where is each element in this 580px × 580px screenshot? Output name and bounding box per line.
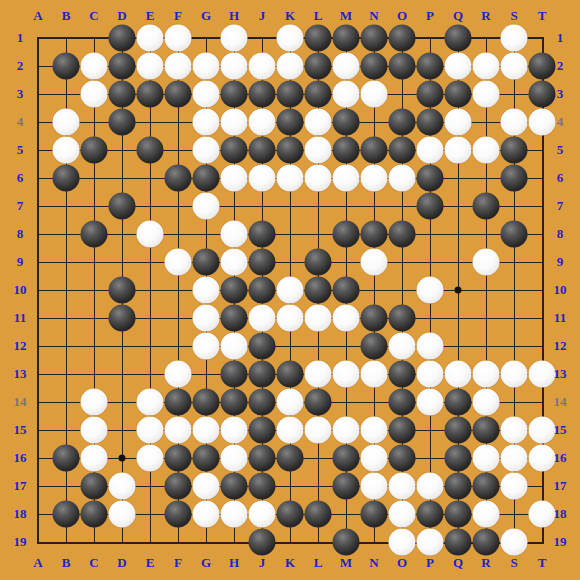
row-label-right: 8 <box>557 226 564 242</box>
stone-white <box>501 53 528 80</box>
stone-black <box>221 277 248 304</box>
stone-black <box>81 473 108 500</box>
stone-white <box>389 165 416 192</box>
stone-white <box>277 165 304 192</box>
stone-black <box>333 473 360 500</box>
stone-white <box>221 221 248 248</box>
row-label-right: 9 <box>557 254 564 270</box>
column-label-bottom: M <box>340 555 352 571</box>
stone-black <box>109 305 136 332</box>
stone-black <box>333 137 360 164</box>
column-label-bottom: N <box>369 555 378 571</box>
column-label-top: M <box>340 8 352 24</box>
column-label-top: D <box>117 8 126 24</box>
column-label-bottom: R <box>481 555 490 571</box>
column-label-top: F <box>174 8 182 24</box>
stone-black <box>445 417 472 444</box>
stone-white <box>193 417 220 444</box>
column-label-top: A <box>33 8 42 24</box>
stone-black <box>333 277 360 304</box>
column-label-top: S <box>510 8 517 24</box>
stone-black <box>529 81 556 108</box>
stone-black <box>389 221 416 248</box>
stone-black <box>249 221 276 248</box>
stone-white <box>473 81 500 108</box>
row-label-left: 9 <box>17 254 24 270</box>
stone-black <box>389 305 416 332</box>
stone-black <box>53 165 80 192</box>
stone-white <box>53 137 80 164</box>
stone-white <box>529 361 556 388</box>
stone-white <box>305 165 332 192</box>
stone-black <box>249 137 276 164</box>
stone-white <box>221 333 248 360</box>
stone-white <box>221 249 248 276</box>
column-label-bottom: G <box>201 555 211 571</box>
stone-white <box>165 361 192 388</box>
stone-black <box>389 445 416 472</box>
stone-black <box>417 165 444 192</box>
stone-black <box>53 53 80 80</box>
column-label-top: R <box>481 8 490 24</box>
stone-black <box>221 81 248 108</box>
stone-black <box>389 361 416 388</box>
stone-black <box>333 529 360 556</box>
stone-white <box>333 53 360 80</box>
row-label-right: 13 <box>554 366 567 382</box>
stone-black <box>445 501 472 528</box>
stone-white <box>361 165 388 192</box>
row-label-right: 12 <box>554 338 567 354</box>
column-label-bottom: O <box>397 555 407 571</box>
stone-black <box>445 25 472 52</box>
stone-white <box>473 137 500 164</box>
stone-white <box>361 417 388 444</box>
stone-white <box>333 165 360 192</box>
row-label-left: 5 <box>17 142 24 158</box>
stone-black <box>333 221 360 248</box>
stone-white <box>81 81 108 108</box>
stone-white <box>389 333 416 360</box>
stone-white <box>529 445 556 472</box>
stone-white <box>193 193 220 220</box>
row-label-left: 16 <box>14 450 27 466</box>
stone-black <box>305 249 332 276</box>
column-label-bottom: P <box>426 555 434 571</box>
stone-black <box>53 501 80 528</box>
stone-black <box>333 109 360 136</box>
column-label-top: P <box>426 8 434 24</box>
stone-black <box>361 53 388 80</box>
stone-black <box>249 277 276 304</box>
stone-white <box>53 109 80 136</box>
stone-white <box>417 389 444 416</box>
stone-white <box>193 109 220 136</box>
stone-black <box>193 165 220 192</box>
column-label-top: L <box>314 8 323 24</box>
row-label-right: 3 <box>557 86 564 102</box>
row-label-right: 2 <box>557 58 564 74</box>
stone-black <box>165 445 192 472</box>
column-label-top: N <box>369 8 378 24</box>
stone-white <box>137 221 164 248</box>
row-label-right: 17 <box>554 478 567 494</box>
stone-black <box>389 417 416 444</box>
column-label-top: G <box>201 8 211 24</box>
row-label-right: 15 <box>554 422 567 438</box>
stone-white <box>445 361 472 388</box>
row-label-left: 15 <box>14 422 27 438</box>
stone-white <box>417 137 444 164</box>
stone-black <box>389 389 416 416</box>
stone-white <box>445 137 472 164</box>
stone-black <box>249 529 276 556</box>
stone-black <box>277 445 304 472</box>
column-label-bottom: F <box>174 555 182 571</box>
row-label-left: 4 <box>17 114 24 130</box>
stone-black <box>529 53 556 80</box>
row-label-left: 19 <box>14 534 27 550</box>
column-label-top: K <box>285 8 295 24</box>
stone-white <box>221 109 248 136</box>
stone-white <box>473 389 500 416</box>
stone-black <box>417 501 444 528</box>
stone-black <box>333 25 360 52</box>
stone-white <box>501 417 528 444</box>
stone-black <box>501 137 528 164</box>
row-label-right: 1 <box>557 30 564 46</box>
column-label-bottom: B <box>62 555 71 571</box>
stone-white <box>389 501 416 528</box>
stone-black <box>109 25 136 52</box>
stone-white <box>193 473 220 500</box>
stone-white <box>221 53 248 80</box>
column-label-bottom: H <box>229 555 239 571</box>
stone-white <box>305 109 332 136</box>
stone-white <box>501 109 528 136</box>
stone-black <box>445 473 472 500</box>
stone-white <box>501 529 528 556</box>
stone-black <box>277 109 304 136</box>
column-label-top: T <box>538 8 547 24</box>
stone-black <box>305 389 332 416</box>
stone-black <box>81 501 108 528</box>
stone-black <box>249 445 276 472</box>
stone-white <box>305 305 332 332</box>
hoshi-point <box>455 287 462 294</box>
stone-black <box>361 221 388 248</box>
stone-white <box>473 53 500 80</box>
row-label-left: 3 <box>17 86 24 102</box>
row-label-left: 17 <box>14 478 27 494</box>
stone-black <box>417 53 444 80</box>
stone-black <box>473 473 500 500</box>
stone-black <box>305 501 332 528</box>
row-label-right: 7 <box>557 198 564 214</box>
stone-black <box>81 221 108 248</box>
stone-black <box>305 277 332 304</box>
row-label-left: 7 <box>17 198 24 214</box>
column-label-top: J <box>259 8 266 24</box>
stone-black <box>277 137 304 164</box>
stone-white <box>473 361 500 388</box>
column-label-bottom: E <box>146 555 155 571</box>
stone-black <box>165 389 192 416</box>
row-label-right: 5 <box>557 142 564 158</box>
stone-black <box>417 193 444 220</box>
stone-black <box>389 25 416 52</box>
stone-black <box>361 333 388 360</box>
stone-black <box>305 25 332 52</box>
row-label-left: 14 <box>14 394 27 410</box>
stone-white <box>193 53 220 80</box>
stone-white <box>417 529 444 556</box>
column-label-top: C <box>89 8 98 24</box>
stone-black <box>81 137 108 164</box>
column-label-bottom: T <box>538 555 547 571</box>
column-label-top: O <box>397 8 407 24</box>
stone-black <box>249 417 276 444</box>
stone-white <box>389 529 416 556</box>
stone-black <box>389 137 416 164</box>
stone-white <box>109 473 136 500</box>
stone-white <box>361 361 388 388</box>
stone-white <box>473 501 500 528</box>
stone-white <box>445 53 472 80</box>
stone-white <box>277 277 304 304</box>
stone-black <box>249 333 276 360</box>
stone-black <box>193 445 220 472</box>
row-label-right: 18 <box>554 506 567 522</box>
stone-black <box>305 81 332 108</box>
stone-white <box>249 305 276 332</box>
stone-black <box>361 137 388 164</box>
row-label-left: 8 <box>17 226 24 242</box>
stone-black <box>249 249 276 276</box>
stone-white <box>277 53 304 80</box>
hoshi-point <box>119 455 126 462</box>
stone-black <box>137 137 164 164</box>
stone-white <box>193 305 220 332</box>
row-label-left: 10 <box>14 282 27 298</box>
stone-black <box>221 473 248 500</box>
stone-black <box>445 81 472 108</box>
stone-white <box>445 109 472 136</box>
column-label-bottom: Q <box>453 555 463 571</box>
stone-white <box>277 305 304 332</box>
stone-black <box>165 501 192 528</box>
column-label-bottom: S <box>510 555 517 571</box>
stone-white <box>221 165 248 192</box>
stone-black <box>221 305 248 332</box>
stone-black <box>165 165 192 192</box>
stone-black <box>389 53 416 80</box>
stone-black <box>193 389 220 416</box>
stone-white <box>137 445 164 472</box>
stone-white <box>333 305 360 332</box>
row-label-left: 1 <box>17 30 24 46</box>
stone-black <box>361 501 388 528</box>
stone-white <box>417 277 444 304</box>
stone-white <box>249 53 276 80</box>
column-label-top: Q <box>453 8 463 24</box>
stone-black <box>165 473 192 500</box>
stone-black <box>445 389 472 416</box>
stone-black <box>305 53 332 80</box>
stone-white <box>305 361 332 388</box>
column-label-bottom: A <box>33 555 42 571</box>
stone-black <box>249 81 276 108</box>
stone-black <box>417 109 444 136</box>
row-label-right: 11 <box>554 310 566 326</box>
stone-white <box>333 417 360 444</box>
stone-white <box>501 25 528 52</box>
stone-black <box>389 109 416 136</box>
stone-white <box>221 501 248 528</box>
stone-white <box>305 417 332 444</box>
stone-black <box>361 25 388 52</box>
stone-black <box>137 81 164 108</box>
stone-white <box>361 249 388 276</box>
stone-black <box>221 389 248 416</box>
stone-black <box>333 445 360 472</box>
stone-white <box>417 361 444 388</box>
row-label-right: 14 <box>554 394 567 410</box>
stone-white <box>277 417 304 444</box>
stone-black <box>193 249 220 276</box>
stone-black <box>221 137 248 164</box>
stone-black <box>277 81 304 108</box>
stone-white <box>529 417 556 444</box>
go-board-screenshot: AABBCCDDEEFFGGHHJJKKLLMMNNOOPPQQRRSSTT11… <box>0 0 580 580</box>
stone-white <box>165 53 192 80</box>
stone-white <box>221 445 248 472</box>
stone-white <box>165 25 192 52</box>
stone-white <box>361 473 388 500</box>
stone-black <box>501 165 528 192</box>
stone-white <box>361 445 388 472</box>
stone-black <box>501 221 528 248</box>
row-label-left: 18 <box>14 506 27 522</box>
stone-white <box>81 417 108 444</box>
stone-white <box>501 361 528 388</box>
stone-white <box>109 501 136 528</box>
stone-white <box>277 25 304 52</box>
stone-black <box>445 529 472 556</box>
column-label-bottom: C <box>89 555 98 571</box>
stone-white <box>529 109 556 136</box>
stone-black <box>109 193 136 220</box>
stone-white <box>193 277 220 304</box>
stone-white <box>473 249 500 276</box>
stone-white <box>193 137 220 164</box>
stone-white <box>165 249 192 276</box>
stone-black <box>277 361 304 388</box>
stone-white <box>249 165 276 192</box>
stone-white <box>277 389 304 416</box>
stone-black <box>473 417 500 444</box>
stone-black <box>361 305 388 332</box>
go-board[interactable] <box>0 0 580 580</box>
stone-black <box>249 361 276 388</box>
row-label-right: 19 <box>554 534 567 550</box>
column-label-bottom: D <box>117 555 126 571</box>
stone-black <box>473 529 500 556</box>
stone-white <box>333 361 360 388</box>
stone-white <box>165 417 192 444</box>
stone-black <box>53 445 80 472</box>
stone-white <box>221 25 248 52</box>
stone-white <box>81 389 108 416</box>
stone-white <box>473 445 500 472</box>
stone-black <box>277 501 304 528</box>
stone-black <box>109 277 136 304</box>
stone-black <box>445 445 472 472</box>
row-label-right: 6 <box>557 170 564 186</box>
stone-black <box>221 361 248 388</box>
stone-white <box>417 333 444 360</box>
stone-white <box>81 53 108 80</box>
stone-white <box>137 389 164 416</box>
stone-black <box>473 193 500 220</box>
column-label-bottom: J <box>259 555 266 571</box>
stone-white <box>81 445 108 472</box>
stone-white <box>501 473 528 500</box>
stone-white <box>193 81 220 108</box>
row-label-right: 4 <box>557 114 564 130</box>
stone-white <box>361 81 388 108</box>
stone-black <box>109 109 136 136</box>
column-label-bottom: K <box>285 555 295 571</box>
row-label-left: 13 <box>14 366 27 382</box>
row-label-left: 6 <box>17 170 24 186</box>
stone-white <box>501 445 528 472</box>
column-label-top: E <box>146 8 155 24</box>
column-label-top: H <box>229 8 239 24</box>
stone-black <box>165 81 192 108</box>
stone-white <box>249 501 276 528</box>
stone-black <box>249 389 276 416</box>
row-label-right: 16 <box>554 450 567 466</box>
stone-black <box>109 81 136 108</box>
stone-white <box>137 25 164 52</box>
stone-black <box>417 81 444 108</box>
stone-white <box>333 81 360 108</box>
stone-white <box>221 417 248 444</box>
stone-black <box>109 53 136 80</box>
row-label-right: 10 <box>554 282 567 298</box>
stone-white <box>417 473 444 500</box>
stone-white <box>137 417 164 444</box>
row-label-left: 12 <box>14 338 27 354</box>
row-label-left: 2 <box>17 58 24 74</box>
stone-white <box>193 333 220 360</box>
stone-white <box>389 473 416 500</box>
column-label-top: B <box>62 8 71 24</box>
stone-white <box>137 53 164 80</box>
stone-white <box>529 501 556 528</box>
stone-black <box>249 473 276 500</box>
stone-white <box>193 501 220 528</box>
row-label-left: 11 <box>14 310 26 326</box>
stone-white <box>249 109 276 136</box>
column-label-bottom: L <box>314 555 323 571</box>
stone-white <box>305 137 332 164</box>
